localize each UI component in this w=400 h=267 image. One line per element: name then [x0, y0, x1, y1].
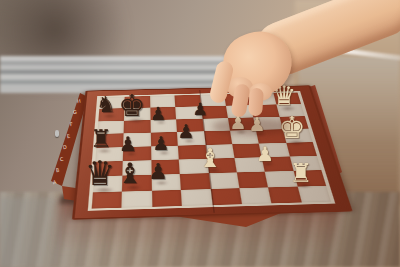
piece-black-pawn-f6[interactable]: ♟	[150, 105, 166, 123]
piece-black-pawn-b6[interactable]: ♟	[148, 161, 168, 183]
piece-white-rook-a1[interactable]: ♜	[289, 160, 312, 186]
hand-shadow	[212, 118, 292, 135]
piece-black-pawn-d7[interactable]: ♟	[119, 134, 137, 154]
piece-white-pawn-b3[interactable]: ♟	[256, 144, 274, 164]
piece-black-bishop-b7[interactable]: ♝	[117, 160, 142, 188]
piece-black-knight-g8[interactable]: ♞	[96, 94, 116, 116]
piece-black-queen-b8[interactable]: ♛	[85, 156, 115, 190]
photo-scene: ABCDEFGHABCDEFGH87654321 ♛♞♟♚♟♟♟♟♚♜♟♟♟♝♟…	[0, 0, 400, 267]
piece-black-pawn-f5[interactable]: ♟	[192, 101, 207, 118]
piece-black-pawn-d5[interactable]: ♟	[177, 122, 194, 141]
piece-white-bishop-b4[interactable]: ♝	[198, 145, 221, 171]
piece-black-king-g7[interactable]: ♚	[119, 91, 146, 121]
middle-finger	[248, 88, 264, 117]
piece-black-rook-d8[interactable]: ♜	[90, 127, 112, 151]
piece-black-pawn-d6[interactable]: ♟	[152, 134, 169, 153]
